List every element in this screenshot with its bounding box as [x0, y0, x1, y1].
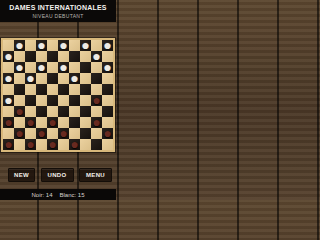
black-piece[interactable]: ● [15, 106, 23, 117]
square-h10[interactable]: ● [80, 40, 91, 51]
square-b8[interactable]: ● [14, 62, 25, 73]
square-j8[interactable]: ● [102, 62, 113, 73]
square-j2[interactable]: ● [102, 128, 113, 139]
square-a1[interactable]: ● [3, 139, 14, 150]
square-i1[interactable] [91, 139, 102, 150]
black-piece[interactable]: ● [48, 139, 56, 150]
square-g6 [69, 84, 80, 95]
square-f10[interactable]: ● [58, 40, 69, 51]
square-e9[interactable] [47, 51, 58, 62]
black-piece[interactable]: ● [15, 128, 23, 139]
square-d1 [36, 139, 47, 150]
square-d7 [36, 73, 47, 84]
square-e5[interactable] [47, 95, 58, 106]
square-j1 [102, 139, 113, 150]
square-b2[interactable]: ● [14, 128, 25, 139]
white-piece[interactable]: ● [4, 95, 12, 106]
app-title: DAMES INTERNATIONALES [9, 4, 106, 11]
app-header: DAMES INTERNATIONALES NIVEAU DEBUTANT [0, 0, 116, 22]
square-c10 [25, 40, 36, 51]
square-f7 [58, 73, 69, 84]
square-c1[interactable]: ● [25, 139, 36, 150]
square-g1[interactable]: ● [69, 139, 80, 150]
undo-button[interactable]: UNDO [41, 168, 74, 182]
white-count: Blanc: 15 [59, 192, 84, 198]
square-g7[interactable]: ● [69, 73, 80, 84]
square-i8 [91, 62, 102, 73]
black-count: Noir: 14 [31, 192, 52, 198]
white-piece[interactable]: ● [70, 73, 78, 84]
square-h7 [80, 73, 91, 84]
square-j10[interactable]: ● [102, 40, 113, 51]
square-d4[interactable] [36, 106, 47, 117]
square-i9[interactable]: ● [91, 51, 102, 62]
black-piece[interactable]: ● [26, 139, 34, 150]
square-d6[interactable] [36, 84, 47, 95]
black-piece[interactable]: ● [59, 128, 67, 139]
white-piece[interactable]: ● [15, 62, 23, 73]
square-h3 [80, 117, 91, 128]
square-h9 [80, 51, 91, 62]
white-piece[interactable]: ● [4, 73, 12, 84]
board: ●●●●●●●●●●●●●●●●●●●●●●●●●●●●● [1, 38, 115, 152]
square-c6 [25, 84, 36, 95]
square-c5[interactable] [25, 95, 36, 106]
white-piece[interactable]: ● [59, 40, 67, 51]
black-piece[interactable]: ● [70, 139, 78, 150]
square-f8[interactable]: ● [58, 62, 69, 73]
black-piece[interactable]: ● [92, 117, 100, 128]
square-b4[interactable]: ● [14, 106, 25, 117]
square-g3[interactable] [69, 117, 80, 128]
square-h2[interactable] [80, 128, 91, 139]
square-c7[interactable]: ● [25, 73, 36, 84]
square-a7[interactable]: ● [3, 73, 14, 84]
square-f6[interactable] [58, 84, 69, 95]
difficulty-label: NIVEAU DEBUTANT [32, 13, 83, 19]
square-b1 [14, 139, 25, 150]
square-h5 [80, 95, 91, 106]
white-piece[interactable]: ● [4, 51, 12, 62]
square-i5[interactable]: ● [91, 95, 102, 106]
button-bar: NEW UNDO MENU [8, 168, 112, 182]
square-d10[interactable]: ● [36, 40, 47, 51]
white-piece[interactable]: ● [103, 40, 111, 51]
square-b10[interactable]: ● [14, 40, 25, 51]
white-piece[interactable]: ● [37, 62, 45, 73]
square-c3[interactable]: ● [25, 117, 36, 128]
black-piece[interactable]: ● [48, 117, 56, 128]
new-game-button[interactable]: NEW [8, 168, 35, 182]
status-bar: Noir: 14 Blanc: 15 [0, 189, 116, 200]
white-piece[interactable]: ● [92, 51, 100, 62]
black-piece[interactable]: ● [92, 95, 100, 106]
square-f5 [58, 95, 69, 106]
square-d2[interactable]: ● [36, 128, 47, 139]
square-h4[interactable] [80, 106, 91, 117]
menu-button[interactable]: MENU [79, 168, 112, 182]
white-piece[interactable]: ● [26, 73, 34, 84]
square-e8 [47, 62, 58, 73]
square-g9[interactable] [69, 51, 80, 62]
square-h1 [80, 139, 91, 150]
square-c9[interactable] [25, 51, 36, 62]
square-d5 [36, 95, 47, 106]
square-j6[interactable] [102, 84, 113, 95]
square-a9[interactable]: ● [3, 51, 14, 62]
square-g5[interactable] [69, 95, 80, 106]
white-piece[interactable]: ● [59, 62, 67, 73]
square-j4[interactable] [102, 106, 113, 117]
square-g10 [69, 40, 80, 51]
square-j7 [102, 73, 113, 84]
white-piece[interactable]: ● [103, 62, 111, 73]
square-j5 [102, 95, 113, 106]
square-e10 [47, 40, 58, 51]
square-e6 [47, 84, 58, 95]
white-piece[interactable]: ● [81, 40, 89, 51]
white-piece[interactable]: ● [15, 40, 23, 51]
square-e1[interactable]: ● [47, 139, 58, 150]
square-f1 [58, 139, 69, 150]
black-piece[interactable]: ● [26, 117, 34, 128]
white-piece[interactable]: ● [37, 40, 45, 51]
square-h8[interactable] [80, 62, 91, 73]
square-b7 [14, 73, 25, 84]
black-piece[interactable]: ● [4, 117, 12, 128]
square-a3[interactable]: ● [3, 117, 14, 128]
square-g4 [69, 106, 80, 117]
black-piece[interactable]: ● [4, 139, 12, 150]
square-f4[interactable] [58, 106, 69, 117]
square-f2[interactable]: ● [58, 128, 69, 139]
square-i7[interactable] [91, 73, 102, 84]
square-i2 [91, 128, 102, 139]
square-e3[interactable]: ● [47, 117, 58, 128]
black-piece[interactable]: ● [37, 128, 45, 139]
square-d8[interactable]: ● [36, 62, 47, 73]
square-e7[interactable] [47, 73, 58, 84]
black-piece[interactable]: ● [103, 128, 111, 139]
square-i3[interactable]: ● [91, 117, 102, 128]
square-h6[interactable] [80, 84, 91, 95]
square-b6[interactable] [14, 84, 25, 95]
square-a5[interactable]: ● [3, 95, 14, 106]
